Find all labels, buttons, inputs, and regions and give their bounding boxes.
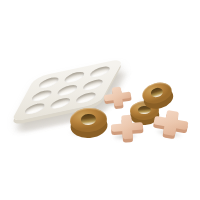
- cell-r2c1[interactable]: [30, 89, 54, 103]
- cell-r2c2[interactable]: [55, 83, 79, 97]
- x-bar: [103, 91, 131, 101]
- scene: [0, 0, 200, 200]
- cell-hole: [23, 102, 47, 116]
- cell-hole: [55, 83, 79, 97]
- cell-hole: [74, 91, 98, 105]
- cell-hole: [62, 70, 86, 84]
- cell-r2c3[interactable]: [81, 78, 105, 92]
- o-ring-1-o-piece[interactable]: [69, 106, 108, 133]
- x-bar: [111, 122, 143, 132]
- cell-r3c2[interactable]: [48, 96, 72, 110]
- cell-r1c2[interactable]: [62, 70, 86, 84]
- cell-hole: [30, 89, 54, 103]
- cell-hole: [48, 96, 72, 110]
- cell-r3c3[interactable]: [74, 91, 98, 105]
- x-cross-top: [110, 114, 144, 140]
- cell-r3c1[interactable]: [23, 102, 47, 116]
- cell-hole: [37, 76, 61, 90]
- x-cross-3-x-piece[interactable]: [152, 108, 190, 138]
- cell-hole: [88, 65, 112, 79]
- o-ring-3-o-piece[interactable]: [140, 79, 174, 106]
- x-cross-2-x-piece[interactable]: [110, 114, 144, 140]
- cell-hole: [81, 78, 105, 92]
- x-cross-1-x-piece[interactable]: [102, 85, 131, 107]
- cell-r1c1[interactable]: [37, 76, 61, 90]
- x-cross-top: [102, 85, 131, 107]
- cell-r1c3[interactable]: [88, 65, 112, 79]
